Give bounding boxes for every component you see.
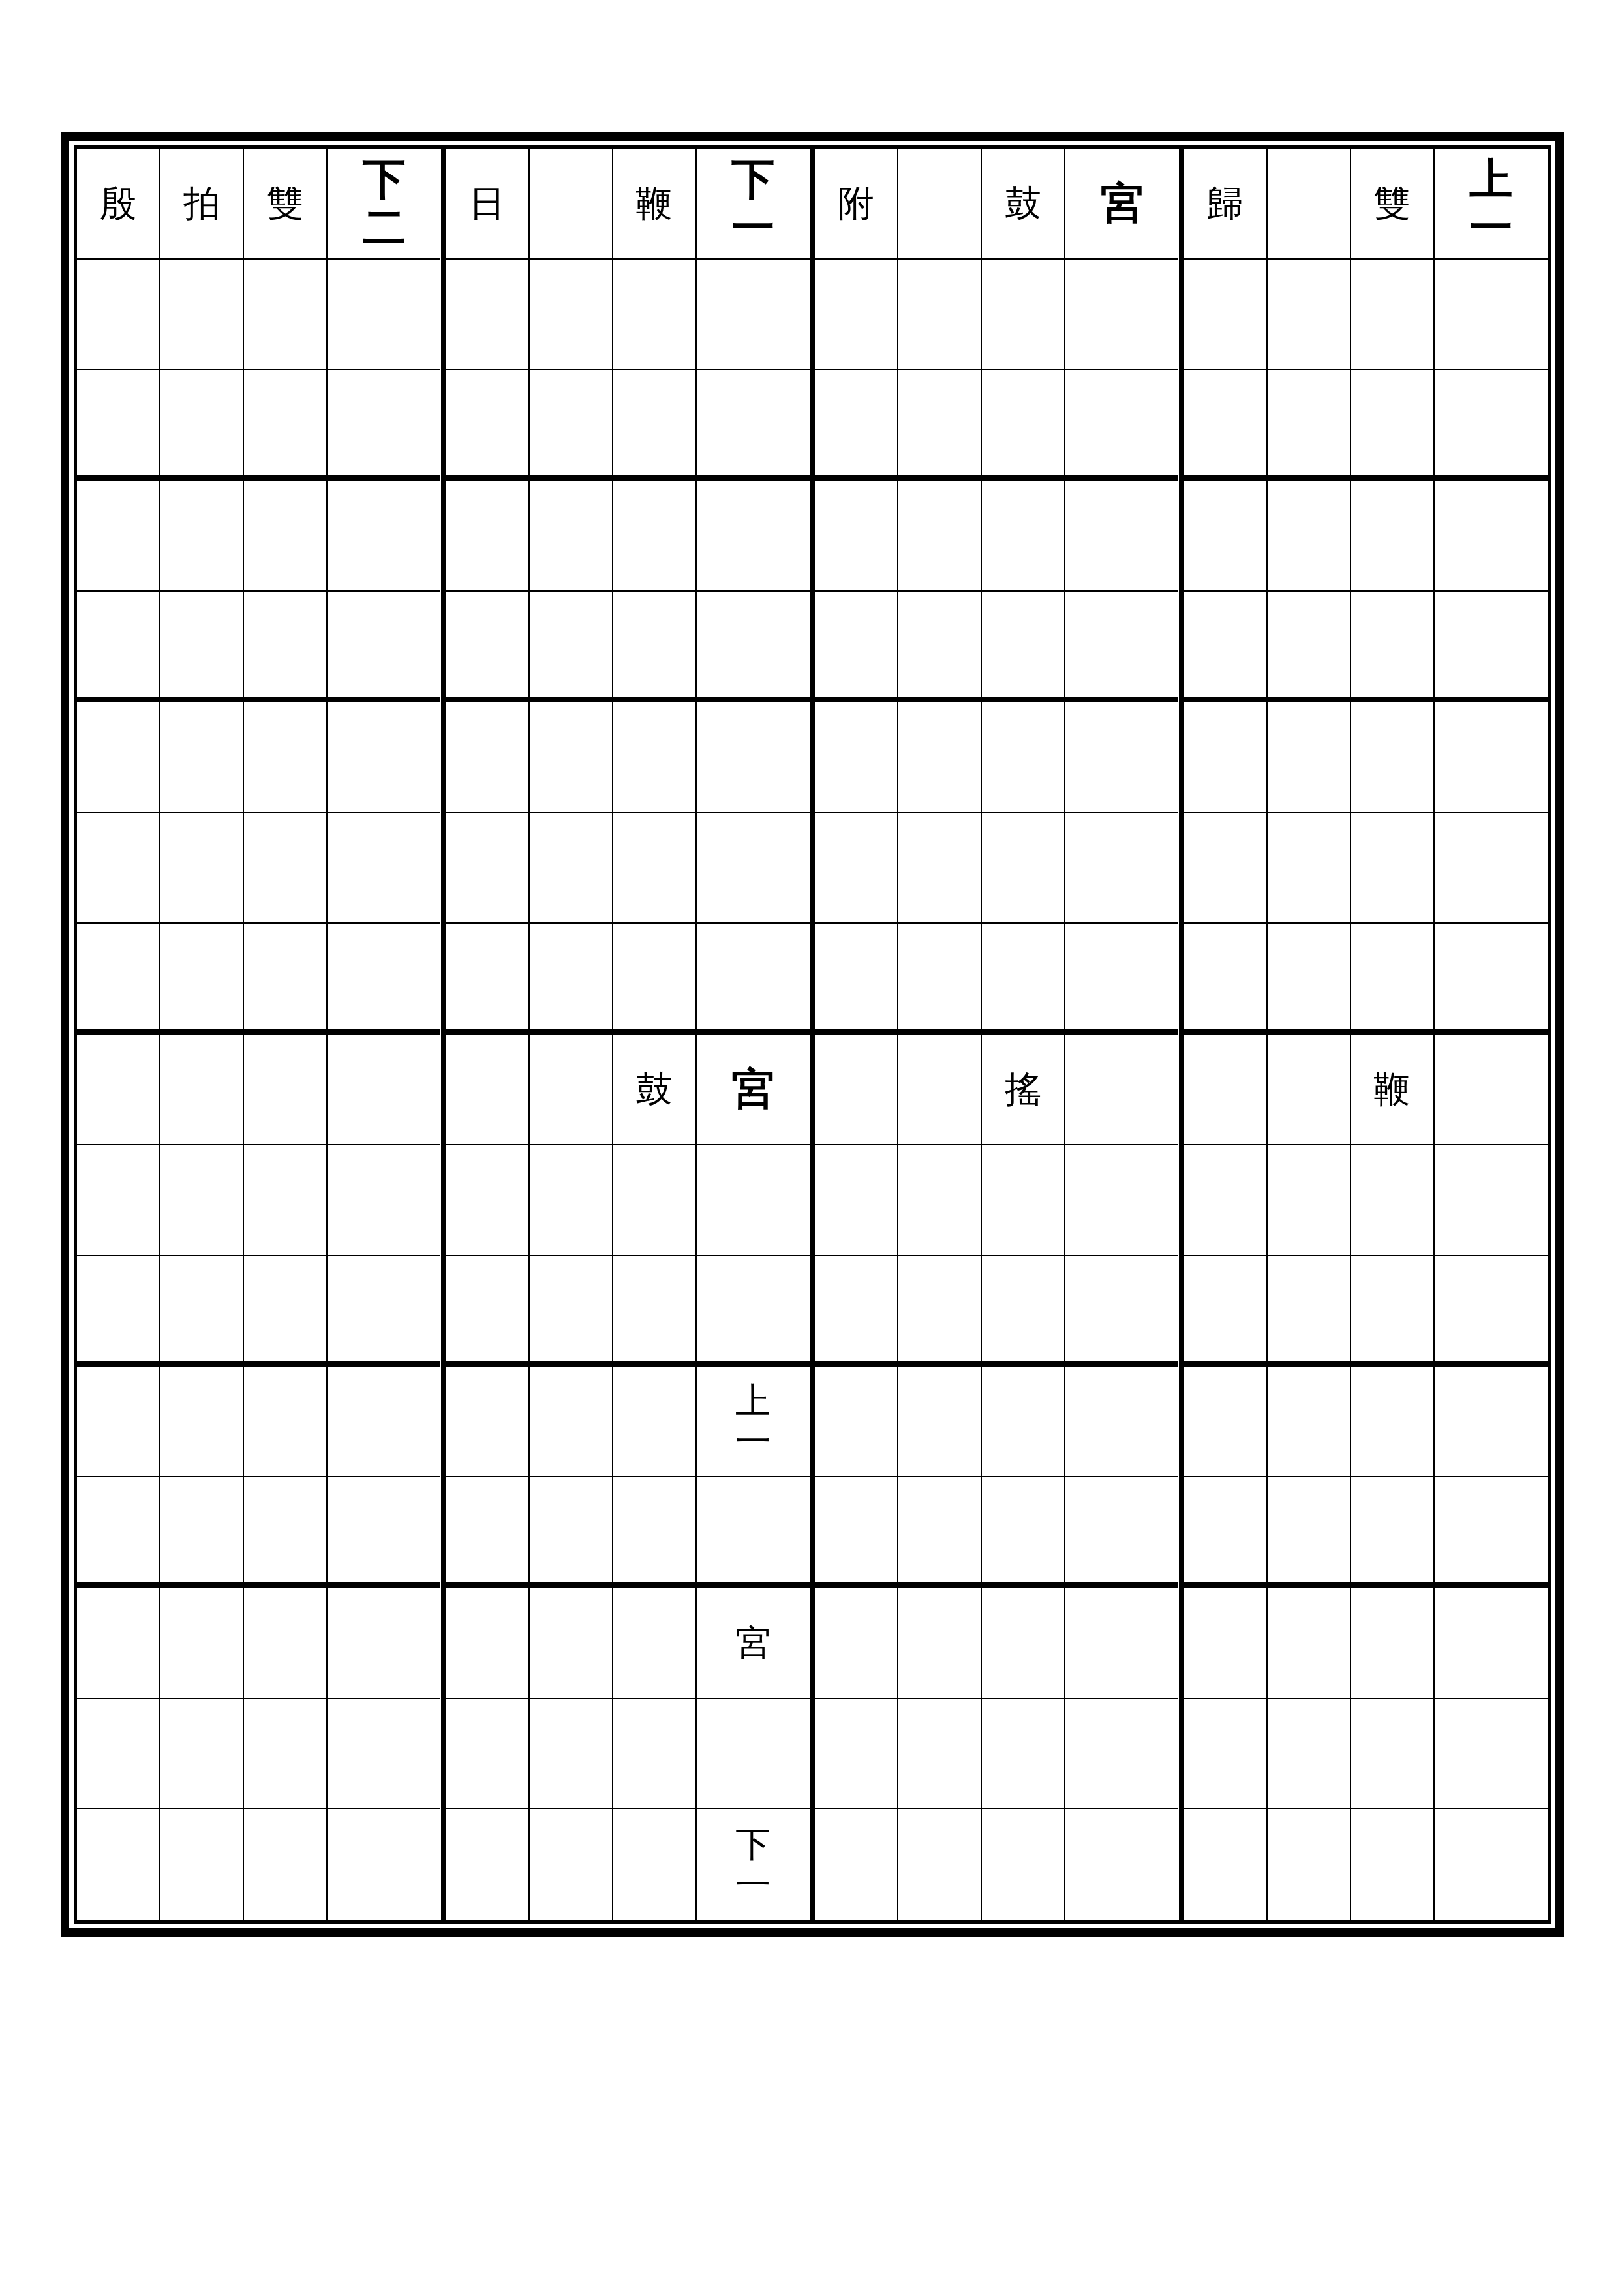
- jeonggan-cell-r12-g3-pitch: [1065, 1367, 1178, 1477]
- jeonggan-cell-r12-g2-janggu: [613, 1367, 697, 1477]
- jeonggan-cell-r3-g3-lyric: [815, 370, 898, 481]
- pitch-glyph: 宮: [735, 1625, 771, 1661]
- gak-column-1: 殷拍雙下二: [77, 149, 441, 1920]
- jeonggan-cell-r7-g1-lyric: [77, 813, 160, 924]
- jeonggan-cell-r15-g4-bak: [1268, 1699, 1351, 1810]
- jeonggan-cell-r10-g4-janggu: [1351, 1145, 1435, 1256]
- jeonggan-cell-r1-g1-pitch: 下二: [328, 149, 440, 260]
- jeonggan-cell-r16-g4-bak: [1268, 1809, 1351, 1920]
- jeonggan-cell-r10-g4-lyric: [1184, 1145, 1268, 1256]
- jeonggan-cell-r7-g4-pitch: [1435, 813, 1548, 924]
- jeonggan-cell-r6-g4-bak: [1268, 702, 1351, 813]
- jeonggan-cell-r15-g2-janggu: [613, 1699, 697, 1810]
- jeonggan-cell-r9-g2-janggu: 鼓: [613, 1035, 697, 1145]
- pitch-glyph: 上一: [1469, 158, 1512, 249]
- glyph-char: 宮: [1101, 182, 1144, 225]
- pitch-glyph: 宮: [731, 1068, 774, 1111]
- jeonggan-cell-r13-g2-janggu: [613, 1477, 697, 1588]
- jeonggan-cell-r14-g4-janggu: [1351, 1588, 1435, 1699]
- jeonggan-cell-r5-g4-pitch: [1435, 592, 1548, 702]
- jeonggan-cell-r8-g2-pitch: [697, 924, 810, 1035]
- jeonggan-cell-r2-g1-bak: [160, 260, 244, 370]
- jeonggan-cell-r11-g2-lyric: [446, 1256, 530, 1367]
- jeonggan-cell-r15-g3-pitch: [1065, 1699, 1178, 1810]
- jeonggan-cell-r2-g3-janggu: [982, 260, 1065, 370]
- gak-column-2: 日鞭下一鼓宮上一宮下一: [441, 149, 810, 1920]
- jeonggan-cell-r2-g4-lyric: [1184, 260, 1268, 370]
- jeonggan-cell-r10-g3-janggu: [982, 1145, 1065, 1256]
- jeonggan-cell-r8-g4-bak: [1268, 924, 1351, 1035]
- jeonggan-cell-r13-g3-pitch: [1065, 1477, 1178, 1588]
- jeonggan-cell-r10-g1-bak: [160, 1145, 244, 1256]
- jeonggan-cell-r6-g3-bak: [898, 702, 982, 813]
- jeonggan-cell-r9-g3-bak: [898, 1035, 982, 1145]
- jeonggan-cell-r5-g3-bak: [898, 592, 982, 702]
- jeonggan-cell-r6-g4-janggu: [1351, 702, 1435, 813]
- jeonggan-cell-r8-g1-lyric: [77, 924, 160, 1035]
- jeonggan-cell-r1-g4-lyric: 歸: [1184, 149, 1268, 260]
- glyph-char: 二: [363, 206, 406, 249]
- jeonggan-cell-r3-g4-bak: [1268, 370, 1351, 481]
- jeonggan-cell-r14-g4-lyric: [1184, 1588, 1268, 1699]
- glyph-char: 鞭: [636, 185, 673, 222]
- jeonggan-cell-r6-g3-lyric: [815, 702, 898, 813]
- jeonggan-cell-r12-g2-bak: [530, 1367, 613, 1477]
- jeonggan-cell-r5-g1-lyric: [77, 592, 160, 702]
- jeonggan-cell-r6-g3-pitch: [1065, 702, 1178, 813]
- jeonggan-cell-r13-g3-lyric: [815, 1477, 898, 1588]
- jeonggan-cell-r3-g2-bak: [530, 370, 613, 481]
- jeonggan-cell-r14-g2-janggu: [613, 1588, 697, 1699]
- jeonggan-cell-r1-g1-janggu: 雙: [244, 149, 328, 260]
- jeonggan-cell-r9-g4-janggu: 鞭: [1351, 1035, 1435, 1145]
- jeonggan-cell-r4-g3-pitch: [1065, 481, 1178, 592]
- jeonggan-cell-r7-g3-pitch: [1065, 813, 1178, 924]
- jeonggan-cell-r5-g2-janggu: [613, 592, 697, 702]
- jeonggan-cell-r9-g1-pitch: [328, 1035, 440, 1145]
- jeonggan-cell-r5-g2-pitch: [697, 592, 810, 702]
- jeonggan-cell-r16-g2-janggu: [613, 1809, 697, 1920]
- jeonggan-cell-r11-g3-janggu: [982, 1256, 1065, 1367]
- jeonggan-cell-r8-g4-janggu: [1351, 924, 1435, 1035]
- glyph-char: 一: [735, 1424, 771, 1459]
- glyph-char: 宮: [731, 1068, 774, 1111]
- jeonggan-cell-r2-g1-pitch: [328, 260, 440, 370]
- jeonggan-cell-r6-g3-janggu: [982, 702, 1065, 813]
- jeonggan-cell-r7-g1-janggu: [244, 813, 328, 924]
- jeonggan-cell-r7-g3-bak: [898, 813, 982, 924]
- jeonggan-cell-r11-g1-pitch: [328, 1256, 440, 1367]
- sign-glyph: 搖: [1005, 1071, 1041, 1108]
- jeonggan-cell-r15-g1-pitch: [328, 1699, 440, 1810]
- jeonggan-cell-r1-g3-bak: [898, 149, 982, 260]
- jeonggan-cell-r7-g4-janggu: [1351, 813, 1435, 924]
- jeonggan-cell-r15-g3-lyric: [815, 1699, 898, 1810]
- jeonggan-cell-r7-g1-pitch: [328, 813, 440, 924]
- pitch-glyph: 上一: [735, 1383, 771, 1459]
- gak-column-3: 附鼓宮搖: [810, 149, 1179, 1920]
- sign-glyph: 日: [469, 185, 506, 222]
- jeonggan-cell-r4-g4-lyric: [1184, 481, 1268, 592]
- jeonggan-cell-r3-g2-pitch: [697, 370, 810, 481]
- jeonggan-cell-r12-g1-bak: [160, 1367, 244, 1477]
- sign-glyph: 歸: [1207, 185, 1244, 222]
- jeonggan-cell-r4-g4-pitch: [1435, 481, 1548, 592]
- jeonggan-cell-r13-g4-bak: [1268, 1477, 1351, 1588]
- jeonggan-cell-r12-g4-pitch: [1435, 1367, 1548, 1477]
- jeonggan-cell-r3-g1-lyric: [77, 370, 160, 481]
- glyph-char: 一: [735, 1867, 771, 1903]
- jeonggan-cell-r7-g3-janggu: [982, 813, 1065, 924]
- jeonggan-cell-r4-g2-janggu: [613, 481, 697, 592]
- jeonggan-cell-r5-g4-janggu: [1351, 592, 1435, 702]
- jeonggan-cell-r14-g4-pitch: [1435, 1588, 1548, 1699]
- jeonggan-cell-r5-g3-lyric: [815, 592, 898, 702]
- jeonggan-cell-r14-g3-pitch: [1065, 1588, 1178, 1699]
- glyph-char: 鼓: [1005, 185, 1041, 222]
- jeonggan-cell-r5-g1-bak: [160, 592, 244, 702]
- jeonggan-cell-r13-g3-bak: [898, 1477, 982, 1588]
- pitch-glyph: 宮: [1101, 182, 1144, 225]
- jeonggan-cell-r10-g2-lyric: [446, 1145, 530, 1256]
- jeonggan-cell-r15-g4-janggu: [1351, 1699, 1435, 1810]
- jeonggan-cell-r4-g1-pitch: [328, 481, 440, 592]
- jeonggan-cell-r9-g1-bak: [160, 1035, 244, 1145]
- jeonggan-cell-r2-g2-pitch: [697, 260, 810, 370]
- jeonggan-cell-r10-g3-pitch: [1065, 1145, 1178, 1256]
- jeonggan-cell-r5-g4-lyric: [1184, 592, 1268, 702]
- jeonggan-cell-r14-g2-lyric: [446, 1588, 530, 1699]
- jeonggan-cell-r10-g1-pitch: [328, 1145, 440, 1256]
- glyph-char: 鞭: [1374, 1071, 1411, 1108]
- jeonggan-cell-r12-g3-bak: [898, 1367, 982, 1477]
- glyph-char: 宮: [735, 1625, 771, 1661]
- jeonggan-cell-r15-g3-bak: [898, 1699, 982, 1810]
- jeonggan-cell-r1-g3-lyric: 附: [815, 149, 898, 260]
- jeonggan-cell-r12-g4-bak: [1268, 1367, 1351, 1477]
- jeonggan-cell-r2-g1-janggu: [244, 260, 328, 370]
- jeonggan-cell-r8-g2-lyric: [446, 924, 530, 1035]
- jeonggan-cell-r5-g3-janggu: [982, 592, 1065, 702]
- jeonggan-cell-r3-g1-bak: [160, 370, 244, 481]
- jeonggan-cell-r12-g4-janggu: [1351, 1367, 1435, 1477]
- jeonggan-cell-r2-g2-bak: [530, 260, 613, 370]
- jeonggan-cell-r9-g1-janggu: [244, 1035, 328, 1145]
- jeonggan-cell-r8-g2-bak: [530, 924, 613, 1035]
- jeonggan-cell-r16-g1-bak: [160, 1809, 244, 1920]
- glyph-char: 日: [469, 185, 506, 222]
- jeonggan-cell-r9-g2-pitch: 宮: [697, 1035, 810, 1145]
- board-frame: 殷拍雙下二日鞭下一鼓宮上一宮下一附鼓宮搖歸雙上一鞭: [61, 132, 1564, 1937]
- jeonggan-cell-r15-g1-janggu: [244, 1699, 328, 1810]
- jeonggan-cell-r9-g2-lyric: [446, 1035, 530, 1145]
- jeonggan-cell-r11-g1-janggu: [244, 1256, 328, 1367]
- jeonggan-cell-r16-g4-lyric: [1184, 1809, 1268, 1920]
- jeonggan-cell-r4-g1-lyric: [77, 481, 160, 592]
- jeonggan-cell-r15-g2-bak: [530, 1699, 613, 1810]
- jeonggan-cell-r15-g1-bak: [160, 1699, 244, 1810]
- jeonggan-cell-r8-g3-lyric: [815, 924, 898, 1035]
- glyph-char: 下: [735, 1827, 771, 1862]
- jeonggan-cell-r13-g3-janggu: [982, 1477, 1065, 1588]
- jeonggan-cell-r14-g1-janggu: [244, 1588, 328, 1699]
- sign-glyph: 雙: [1374, 185, 1411, 222]
- jeonggan-cell-r5-g4-bak: [1268, 592, 1351, 702]
- jeonggan-cell-r12-g2-pitch: 上一: [697, 1367, 810, 1477]
- jeonggan-cell-r14-g2-pitch: 宮: [697, 1588, 810, 1699]
- jeonggan-cell-r10-g3-bak: [898, 1145, 982, 1256]
- jeonggan-cell-r11-g2-bak: [530, 1256, 613, 1367]
- jeonggan-cell-r1-g1-bak: 拍: [160, 149, 244, 260]
- jeonggan-cell-r6-g1-lyric: [77, 702, 160, 813]
- glyph-char: 雙: [267, 185, 303, 222]
- jeonggan-cell-r14-g2-bak: [530, 1588, 613, 1699]
- jeonggan-cell-r3-g4-lyric: [1184, 370, 1268, 481]
- jeonggan-cell-r2-g3-pitch: [1065, 260, 1178, 370]
- jeonggan-cell-r13-g1-lyric: [77, 1477, 160, 1588]
- jeonggan-cell-r13-g4-pitch: [1435, 1477, 1548, 1588]
- glyph-char: 殷: [100, 185, 136, 222]
- jeonggan-cell-r15-g3-janggu: [982, 1699, 1065, 1810]
- jeonggan-cell-r3-g2-lyric: [446, 370, 530, 481]
- sign-glyph: 附: [838, 185, 874, 222]
- jeonggan-cell-r12-g3-lyric: [815, 1367, 898, 1477]
- jeonggan-cell-r4-g2-lyric: [446, 481, 530, 592]
- jeonggan-cell-r2-g3-bak: [898, 260, 982, 370]
- gak-column-4: 歸雙上一鞭: [1179, 149, 1548, 1920]
- sign-glyph: 鼓: [636, 1071, 673, 1108]
- jeonggan-cell-r12-g1-pitch: [328, 1367, 440, 1477]
- jeonggan-cell-r7-g4-lyric: [1184, 813, 1268, 924]
- glyph-char: 鼓: [636, 1071, 673, 1108]
- jeonggan-cell-r15-g4-lyric: [1184, 1699, 1268, 1810]
- jeonggan-cell-r11-g4-bak: [1268, 1256, 1351, 1367]
- jeonggan-cell-r15-g2-lyric: [446, 1699, 530, 1810]
- jeonggan-cell-r9-g4-pitch: [1435, 1035, 1548, 1145]
- glyph-char: 上: [1469, 158, 1512, 201]
- sign-glyph: 殷: [100, 185, 136, 222]
- board-grid: 殷拍雙下二日鞭下一鼓宮上一宮下一附鼓宮搖歸雙上一鞭: [74, 145, 1551, 1924]
- jeonggan-cell-r11-g4-janggu: [1351, 1256, 1435, 1367]
- jeonggan-cell-r10-g2-pitch: [697, 1145, 810, 1256]
- jeonggan-cell-r7-g3-lyric: [815, 813, 898, 924]
- jeonggan-cell-r4-g1-bak: [160, 481, 244, 592]
- jeonggan-cell-r11-g4-lyric: [1184, 1256, 1268, 1367]
- jeonggan-cell-r8-g1-janggu: [244, 924, 328, 1035]
- jeonggan-cell-r14-g1-lyric: [77, 1588, 160, 1699]
- jeonggan-cell-r11-g3-lyric: [815, 1256, 898, 1367]
- sign-glyph: 鞭: [636, 185, 673, 222]
- jeonggan-cell-r8-g3-pitch: [1065, 924, 1178, 1035]
- jeonggan-cell-r6-g2-pitch: [697, 702, 810, 813]
- jeonggan-cell-r1-g2-pitch: 下一: [697, 149, 810, 260]
- pitch-glyph: 下二: [363, 158, 406, 249]
- jeonggan-cell-r16-g1-janggu: [244, 1809, 328, 1920]
- glyph-char: 附: [838, 185, 874, 222]
- jeonggan-cell-r4-g4-bak: [1268, 481, 1351, 592]
- jeonggan-cell-r3-g4-janggu: [1351, 370, 1435, 481]
- jeonggan-cell-r7-g4-bak: [1268, 813, 1351, 924]
- jeonggan-cell-r11-g2-janggu: [613, 1256, 697, 1367]
- jeonggan-cell-r13-g2-lyric: [446, 1477, 530, 1588]
- jeonggan-cell-r14-g1-bak: [160, 1588, 244, 1699]
- jeonggan-cell-r7-g1-bak: [160, 813, 244, 924]
- jeonggan-cell-r7-g2-lyric: [446, 813, 530, 924]
- jeonggan-cell-r10-g2-janggu: [613, 1145, 697, 1256]
- jeonggan-cell-r13-g2-pitch: [697, 1477, 810, 1588]
- jeonggan-cell-r6-g4-lyric: [1184, 702, 1268, 813]
- jeonggan-cell-r4-g2-pitch: [697, 481, 810, 592]
- glyph-char: 搖: [1005, 1071, 1041, 1108]
- jeonggan-cell-r12-g1-janggu: [244, 1367, 328, 1477]
- glyph-char: 歸: [1207, 185, 1244, 222]
- jeonggan-cell-r4-g3-lyric: [815, 481, 898, 592]
- jeonggan-cell-r2-g4-janggu: [1351, 260, 1435, 370]
- jeonggan-cell-r11-g3-bak: [898, 1256, 982, 1367]
- jeonggan-cell-r11-g2-pitch: [697, 1256, 810, 1367]
- jeonggan-cell-r6-g1-janggu: [244, 702, 328, 813]
- jeonggan-cell-r6-g1-pitch: [328, 702, 440, 813]
- jeonggan-cell-r16-g2-pitch: 下一: [697, 1809, 810, 1920]
- jeonggan-cell-r1-g4-bak: [1268, 149, 1351, 260]
- jeonggan-cell-r8-g2-janggu: [613, 924, 697, 1035]
- jeonggan-cell-r13-g1-janggu: [244, 1477, 328, 1588]
- glyph-char: 下: [363, 158, 406, 201]
- jeonggan-cell-r3-g4-pitch: [1435, 370, 1548, 481]
- jeonggan-cell-r16-g3-lyric: [815, 1809, 898, 1920]
- jeonggan-cell-r13-g4-lyric: [1184, 1477, 1268, 1588]
- jeonggan-cell-r10-g1-janggu: [244, 1145, 328, 1256]
- jeonggan-cell-r14-g3-janggu: [982, 1588, 1065, 1699]
- jeonggan-cell-r7-g2-janggu: [613, 813, 697, 924]
- jeonggan-cell-r16-g1-lyric: [77, 1809, 160, 1920]
- jeonggan-cell-r13-g4-janggu: [1351, 1477, 1435, 1588]
- pitch-glyph: 下一: [731, 158, 774, 249]
- jeonggan-cell-r8-g4-lyric: [1184, 924, 1268, 1035]
- glyph-char: 上: [735, 1383, 771, 1419]
- jeonggan-cell-r7-g2-pitch: [697, 813, 810, 924]
- jeonggan-cell-r1-g2-lyric: 日: [446, 149, 530, 260]
- jeonggan-cell-r5-g2-bak: [530, 592, 613, 702]
- jeonggan-cell-r14-g4-bak: [1268, 1588, 1351, 1699]
- jeonggan-cell-r8-g1-pitch: [328, 924, 440, 1035]
- jeonggan-cell-r9-g3-janggu: 搖: [982, 1035, 1065, 1145]
- jeonggan-cell-r4-g3-janggu: [982, 481, 1065, 592]
- glyph-char: 下: [731, 158, 774, 201]
- jeonggan-cell-r12-g2-lyric: [446, 1367, 530, 1477]
- jeonggan-cell-r1-g2-bak: [530, 149, 613, 260]
- jeonggan-cell-r2-g4-pitch: [1435, 260, 1548, 370]
- jeonggan-cell-r9-g2-bak: [530, 1035, 613, 1145]
- jeonggan-cell-r16-g3-pitch: [1065, 1809, 1178, 1920]
- jeonggan-cell-r16-g1-pitch: [328, 1809, 440, 1920]
- jeonggan-cell-r9-g3-pitch: [1065, 1035, 1178, 1145]
- jeonggan-cell-r9-g4-lyric: [1184, 1035, 1268, 1145]
- jeonggan-cell-r9-g1-lyric: [77, 1035, 160, 1145]
- jeonggan-cell-r13-g1-pitch: [328, 1477, 440, 1588]
- jeonggan-cell-r6-g2-lyric: [446, 702, 530, 813]
- jeonggan-cell-r9-g3-lyric: [815, 1035, 898, 1145]
- jeonggan-cell-r11-g3-pitch: [1065, 1256, 1178, 1367]
- jeonggan-cell-r16-g2-bak: [530, 1809, 613, 1920]
- jeonggan-cell-r14-g3-lyric: [815, 1588, 898, 1699]
- jeonggan-cell-r16-g2-lyric: [446, 1809, 530, 1920]
- jeonggan-cell-r15-g2-pitch: [697, 1699, 810, 1810]
- jeonggan-cell-r2-g2-janggu: [613, 260, 697, 370]
- jeonggan-cell-r2-g3-lyric: [815, 260, 898, 370]
- jeonggan-cell-r6-g1-bak: [160, 702, 244, 813]
- jeonggan-cell-r16-g4-janggu: [1351, 1809, 1435, 1920]
- jeonggan-cell-r4-g1-janggu: [244, 481, 328, 592]
- jeonggan-cell-r16-g3-bak: [898, 1809, 982, 1920]
- jeonggan-cell-r6-g2-janggu: [613, 702, 697, 813]
- jeonggan-cell-r5-g2-lyric: [446, 592, 530, 702]
- jeonggan-cell-r12-g3-janggu: [982, 1367, 1065, 1477]
- jeonggan-cell-r10-g2-bak: [530, 1145, 613, 1256]
- jeonggan-cell-r16-g3-janggu: [982, 1809, 1065, 1920]
- jeonggan-cell-r12-g1-lyric: [77, 1367, 160, 1477]
- jeonggan-cell-r3-g2-janggu: [613, 370, 697, 481]
- sign-glyph: 鼓: [1005, 185, 1041, 222]
- jeonggan-cell-r11-g1-lyric: [77, 1256, 160, 1367]
- jeonggan-cell-r3-g1-janggu: [244, 370, 328, 481]
- jeonggan-cell-r12-g4-lyric: [1184, 1367, 1268, 1477]
- jeonggan-cell-r8-g3-janggu: [982, 924, 1065, 1035]
- jeonggan-cell-r4-g3-bak: [898, 481, 982, 592]
- jeonggan-cell-r11-g1-bak: [160, 1256, 244, 1367]
- jeonggan-cell-r1-g4-pitch: 上一: [1435, 149, 1548, 260]
- jeonggan-cell-r6-g2-bak: [530, 702, 613, 813]
- jeonggan-cell-r11-g4-pitch: [1435, 1256, 1548, 1367]
- jeonggan-cell-r15-g4-pitch: [1435, 1699, 1548, 1810]
- jeonggan-cell-r4-g4-janggu: [1351, 481, 1435, 592]
- jeonggan-cell-r4-g2-bak: [530, 481, 613, 592]
- jeonggan-cell-r8-g1-bak: [160, 924, 244, 1035]
- jeonggan-cell-r14-g3-bak: [898, 1588, 982, 1699]
- sign-glyph: 鞭: [1374, 1071, 1411, 1108]
- jeonggan-cell-r1-g4-janggu: 雙: [1351, 149, 1435, 260]
- jeonggan-cell-r10-g1-lyric: [77, 1145, 160, 1256]
- glyph-char: 拍: [183, 185, 220, 222]
- jeonggan-cell-r1-g3-pitch: 宮: [1065, 149, 1178, 260]
- jeonggan-cell-r1-g3-janggu: 鼓: [982, 149, 1065, 260]
- jeonggan-cell-r2-g1-lyric: [77, 260, 160, 370]
- jeonggan-cell-r3-g3-janggu: [982, 370, 1065, 481]
- jeonggan-cell-r5-g1-pitch: [328, 592, 440, 702]
- jeonggan-cell-r9-g4-bak: [1268, 1035, 1351, 1145]
- glyph-char: 一: [1469, 206, 1512, 249]
- jeonggan-cell-r7-g2-bak: [530, 813, 613, 924]
- jeonggan-cell-r10-g4-pitch: [1435, 1145, 1548, 1256]
- jeonggan-cell-r16-g4-pitch: [1435, 1809, 1548, 1920]
- jeonggan-cell-r5-g1-janggu: [244, 592, 328, 702]
- jeonggan-cell-r10-g3-lyric: [815, 1145, 898, 1256]
- score-sheet: 殷拍雙下二日鞭下一鼓宮上一宮下一附鼓宮搖歸雙上一鞭: [0, 0, 1618, 2296]
- jeonggan-cell-r6-g4-pitch: [1435, 702, 1548, 813]
- jeonggan-cell-r1-g2-janggu: 鞭: [613, 149, 697, 260]
- jeonggan-cell-r13-g2-bak: [530, 1477, 613, 1588]
- jeonggan-cell-r3-g1-pitch: [328, 370, 440, 481]
- jeonggan-cell-r13-g1-bak: [160, 1477, 244, 1588]
- jeonggan-cell-r2-g4-bak: [1268, 260, 1351, 370]
- sign-glyph: 拍: [183, 185, 220, 222]
- glyph-char: 雙: [1374, 185, 1411, 222]
- jeonggan-cell-r8-g3-bak: [898, 924, 982, 1035]
- jeonggan-cell-r3-g3-bak: [898, 370, 982, 481]
- jeonggan-cell-r5-g3-pitch: [1065, 592, 1178, 702]
- jeonggan-cell-r2-g2-lyric: [446, 260, 530, 370]
- jeonggan-cell-r14-g1-pitch: [328, 1588, 440, 1699]
